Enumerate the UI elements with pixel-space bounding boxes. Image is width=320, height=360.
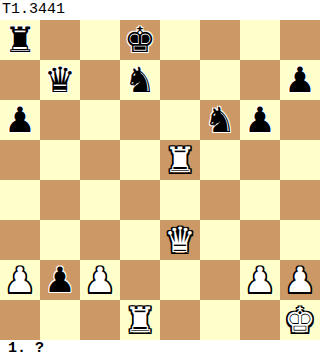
square-g4[interactable]: [240, 180, 280, 220]
puzzle-title: T1.3441: [0, 0, 320, 20]
square-c1[interactable]: [80, 300, 120, 340]
piece-black-pawn-icon: ♟: [284, 60, 315, 100]
square-g3[interactable]: [240, 220, 280, 260]
square-e7[interactable]: [160, 60, 200, 100]
square-g2[interactable]: ♟: [240, 260, 280, 300]
square-f1[interactable]: [200, 300, 240, 340]
piece-black-king-icon: ♚: [124, 20, 155, 60]
square-g8[interactable]: [240, 20, 280, 60]
square-e6[interactable]: [160, 100, 200, 140]
square-d2[interactable]: [120, 260, 160, 300]
square-f6[interactable]: ♞: [200, 100, 240, 140]
square-g5[interactable]: [240, 140, 280, 180]
square-f8[interactable]: [200, 20, 240, 60]
square-f5[interactable]: [200, 140, 240, 180]
square-h3[interactable]: [280, 220, 320, 260]
square-c7[interactable]: [80, 60, 120, 100]
piece-black-pawn-icon: ♟: [4, 100, 35, 140]
square-b5[interactable]: [40, 140, 80, 180]
piece-white-queen-icon: ♛: [164, 220, 195, 260]
square-e1[interactable]: [160, 300, 200, 340]
square-a1[interactable]: [0, 300, 40, 340]
square-h6[interactable]: [280, 100, 320, 140]
square-d5[interactable]: [120, 140, 160, 180]
square-f2[interactable]: [200, 260, 240, 300]
square-d7[interactable]: ♞: [120, 60, 160, 100]
square-g1[interactable]: [240, 300, 280, 340]
square-c3[interactable]: [80, 220, 120, 260]
square-h8[interactable]: [280, 20, 320, 60]
square-d1[interactable]: ♜: [120, 300, 160, 340]
square-g6[interactable]: ♟: [240, 100, 280, 140]
square-d6[interactable]: [120, 100, 160, 140]
piece-white-rook-icon: ♜: [124, 300, 155, 340]
square-e8[interactable]: [160, 20, 200, 60]
piece-white-pawn-icon: ♟: [84, 260, 115, 300]
piece-black-knight-icon: ♞: [124, 60, 155, 100]
move-prompt: 1. ?: [0, 340, 320, 360]
chess-board: ♜♚♛♞♟♟♞♟♜♛♟♟♟♟♟♜♚: [0, 20, 320, 340]
piece-white-pawn-icon: ♟: [4, 260, 35, 300]
square-f7[interactable]: [200, 60, 240, 100]
piece-white-rook-icon: ♜: [164, 140, 195, 180]
square-f4[interactable]: [200, 180, 240, 220]
square-h4[interactable]: [280, 180, 320, 220]
piece-black-knight-icon: ♞: [204, 100, 235, 140]
square-a5[interactable]: [0, 140, 40, 180]
square-e3[interactable]: ♛: [160, 220, 200, 260]
square-c8[interactable]: [80, 20, 120, 60]
square-h1[interactable]: ♚: [280, 300, 320, 340]
square-a4[interactable]: [0, 180, 40, 220]
piece-black-queen-icon: ♛: [44, 60, 75, 100]
square-b3[interactable]: [40, 220, 80, 260]
square-d8[interactable]: ♚: [120, 20, 160, 60]
piece-white-pawn-icon: ♟: [244, 260, 275, 300]
square-g7[interactable]: [240, 60, 280, 100]
square-f3[interactable]: [200, 220, 240, 260]
piece-black-rook-icon: ♜: [4, 20, 35, 60]
square-a6[interactable]: ♟: [0, 100, 40, 140]
piece-black-pawn-icon: ♟: [244, 100, 275, 140]
square-a7[interactable]: [0, 60, 40, 100]
square-h7[interactable]: ♟: [280, 60, 320, 100]
piece-white-pawn-icon: ♟: [284, 260, 315, 300]
square-b7[interactable]: ♛: [40, 60, 80, 100]
square-h5[interactable]: [280, 140, 320, 180]
square-a2[interactable]: ♟: [0, 260, 40, 300]
square-c2[interactable]: ♟: [80, 260, 120, 300]
square-b4[interactable]: [40, 180, 80, 220]
square-d4[interactable]: [120, 180, 160, 220]
square-b6[interactable]: [40, 100, 80, 140]
square-b2[interactable]: ♟: [40, 260, 80, 300]
piece-black-pawn-icon: ♟: [44, 260, 75, 300]
square-c4[interactable]: [80, 180, 120, 220]
square-b1[interactable]: [40, 300, 80, 340]
piece-white-king-icon: ♚: [284, 300, 315, 340]
square-h2[interactable]: ♟: [280, 260, 320, 300]
square-c6[interactable]: [80, 100, 120, 140]
square-e2[interactable]: [160, 260, 200, 300]
square-b8[interactable]: [40, 20, 80, 60]
square-e5[interactable]: ♜: [160, 140, 200, 180]
square-a8[interactable]: ♜: [0, 20, 40, 60]
square-c5[interactable]: [80, 140, 120, 180]
square-a3[interactable]: [0, 220, 40, 260]
square-e4[interactable]: [160, 180, 200, 220]
square-d3[interactable]: [120, 220, 160, 260]
